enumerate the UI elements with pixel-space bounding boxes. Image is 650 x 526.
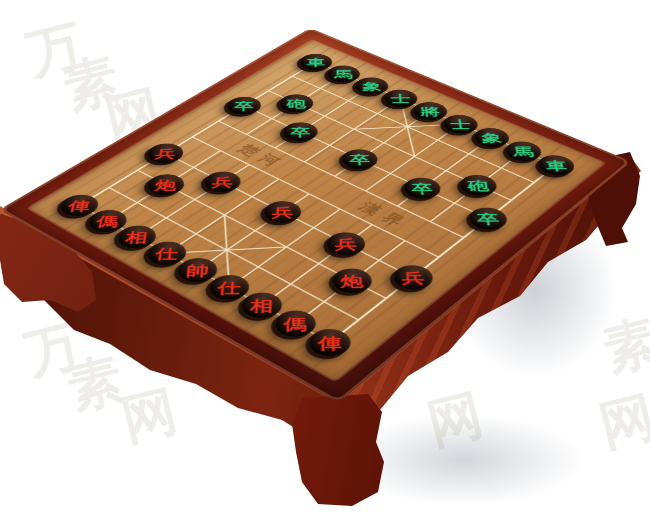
- piece-character: 俥: [67, 199, 91, 211]
- watermark-char: 网: [594, 388, 650, 453]
- piece-character: 相: [125, 230, 149, 243]
- piece-character: 卒: [411, 182, 433, 194]
- scene: 万 素 网 万 素 网 网 素 网 楚河漢界 車馬象士將士象馬車砲砲卒卒卒卒卒兵…: [0, 0, 650, 526]
- piece-character: 卒: [234, 101, 254, 111]
- piece-character: 卒: [349, 154, 370, 165]
- piece-green-soldier[interactable]: 卒: [462, 203, 514, 234]
- piece-character: 卒: [476, 212, 499, 225]
- piece-green-cannon[interactable]: 砲: [453, 171, 503, 200]
- piece-red-soldier[interactable]: 兵: [386, 261, 441, 295]
- piece-red-soldier[interactable]: 兵: [141, 140, 191, 167]
- piece-character: 兵: [211, 176, 233, 188]
- piece-character: 帥: [185, 263, 209, 277]
- piece-green-soldier[interactable]: 卒: [335, 146, 384, 174]
- piece-green-soldier[interactable]: 卒: [397, 174, 448, 203]
- piece-red-soldier[interactable]: 兵: [319, 228, 372, 260]
- piece-red-soldier[interactable]: 兵: [256, 197, 308, 228]
- piece-character: 炮: [341, 274, 364, 288]
- piece-character: 馬: [512, 146, 534, 157]
- piece-character: 士: [450, 119, 471, 130]
- piece-character: 卒: [290, 126, 310, 137]
- piece-character: 象: [481, 132, 503, 143]
- piece-character: 相: [250, 298, 274, 313]
- piece-character: 象: [362, 81, 382, 91]
- piece-character: 兵: [335, 237, 357, 250]
- watermark-char: 网: [422, 386, 487, 451]
- piece-character: 砲: [286, 98, 306, 108]
- watermark-char: 网: [116, 382, 181, 447]
- piece-red-cannon[interactable]: 炮: [324, 264, 379, 298]
- watermark-char: 素: [598, 312, 650, 377]
- piece-character: 兵: [401, 270, 425, 284]
- piece-red-soldier[interactable]: 兵: [197, 168, 248, 197]
- piece-character: 兵: [154, 148, 176, 159]
- piece-character: 炮: [154, 179, 177, 191]
- piece-green-cannon[interactable]: 砲: [273, 91, 320, 116]
- piece-character: 士: [390, 93, 410, 103]
- piece-character: 仕: [217, 280, 241, 294]
- piece-character: 砲: [467, 179, 490, 191]
- piece-character: 車: [306, 57, 325, 67]
- piece-character: 傌: [96, 215, 120, 228]
- piece-character: 馬: [334, 69, 353, 79]
- piece-character: 俥: [318, 335, 342, 351]
- piece-character: 仕: [155, 247, 179, 261]
- piece-character: 將: [420, 106, 441, 117]
- piece-red-cannon[interactable]: 炮: [140, 170, 191, 199]
- piece-character: 車: [545, 159, 568, 171]
- piece-character: 傌: [283, 316, 307, 331]
- piece-green-soldier[interactable]: 卒: [276, 119, 324, 145]
- piece-character: 兵: [271, 206, 293, 219]
- piece-green-soldier[interactable]: 卒: [220, 93, 267, 118]
